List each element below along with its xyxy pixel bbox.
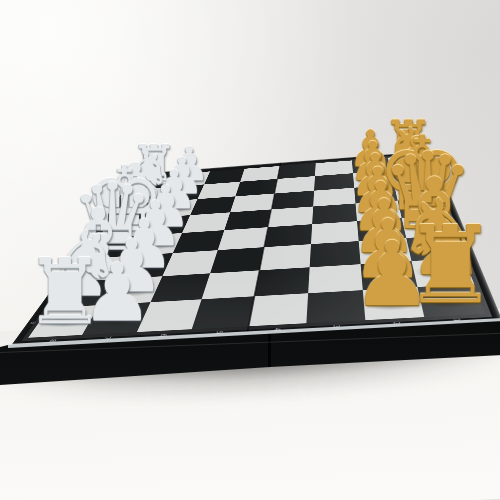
board-square-light[interactable] xyxy=(202,270,260,299)
chess-piece-gold-pawn[interactable]: ♟ xyxy=(352,230,432,320)
chess-piece-silver-pawn[interactable]: ♟ xyxy=(81,253,152,333)
board-square-dark[interactable] xyxy=(210,247,264,273)
board-square-dark[interactable] xyxy=(254,267,309,296)
board-square-light[interactable] xyxy=(260,244,311,270)
chess-set-photo: hgfedcba 87654321 ♜♟♟♜♞♟♟♞♝♟♟♝♚♟♟♚♛♟♟♛♝♟… xyxy=(0,0,500,500)
